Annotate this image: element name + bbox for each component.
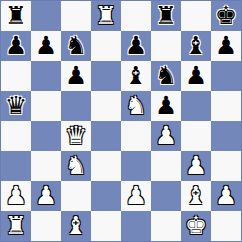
square-c1[interactable]: ♝ [61,211,91,241]
square-h7[interactable]: ♟ [211,31,241,61]
square-g5[interactable] [181,91,211,121]
square-g3[interactable]: ♟ [181,151,211,181]
chess-board: ♜♜♜♚♟♟♞♟♝♟♟♝♞♟♛♞♟♛♟♞♟♟♟♟♝♟♜♝♚ [0,0,242,242]
black-knight[interactable]: ♞ [65,31,87,61]
square-h1[interactable] [211,211,241,241]
square-e3[interactable] [121,151,151,181]
square-a4[interactable] [1,121,31,151]
black-queen[interactable]: ♛ [5,91,27,121]
square-g2[interactable]: ♝ [181,181,211,211]
square-b7[interactable]: ♟ [31,31,61,61]
square-b5[interactable] [31,91,61,121]
square-g6[interactable]: ♟ [181,61,211,91]
square-f5[interactable]: ♟ [151,91,181,121]
square-d4[interactable] [91,121,121,151]
square-f4[interactable]: ♟ [151,121,181,151]
square-e1[interactable] [121,211,151,241]
white-pawn[interactable]: ♟ [155,121,177,151]
square-d3[interactable] [91,151,121,181]
square-a6[interactable] [1,61,31,91]
black-pawn[interactable]: ♟ [65,61,87,91]
white-queen[interactable]: ♛ [65,121,87,151]
black-pawn[interactable]: ♟ [125,31,147,61]
chess-board-container: ♜♜♜♚♟♟♞♟♝♟♟♝♞♟♛♞♟♛♟♞♟♟♟♟♝♟♜♝♚ [0,0,242,242]
square-a7[interactable]: ♟ [1,31,31,61]
black-pawn[interactable]: ♟ [215,31,237,61]
square-f7[interactable] [151,31,181,61]
square-b1[interactable] [31,211,61,241]
black-pawn[interactable]: ♟ [35,31,57,61]
square-g1[interactable]: ♚ [181,211,211,241]
white-king[interactable]: ♚ [185,211,207,241]
square-c6[interactable]: ♟ [61,61,91,91]
black-pawn[interactable]: ♟ [5,31,27,61]
square-b3[interactable] [31,151,61,181]
square-d1[interactable] [91,211,121,241]
square-b6[interactable] [31,61,61,91]
square-a2[interactable]: ♟ [1,181,31,211]
square-d7[interactable] [91,31,121,61]
square-c3[interactable]: ♞ [61,151,91,181]
square-h5[interactable] [211,91,241,121]
square-h8[interactable]: ♚ [211,1,241,31]
square-e7[interactable]: ♟ [121,31,151,61]
square-h4[interactable] [211,121,241,151]
black-pawn[interactable]: ♟ [155,91,177,121]
white-pawn[interactable]: ♟ [35,181,57,211]
white-pawn[interactable]: ♟ [5,181,27,211]
white-rook[interactable]: ♜ [95,1,117,31]
square-d6[interactable] [91,61,121,91]
square-b2[interactable]: ♟ [31,181,61,211]
white-pawn[interactable]: ♟ [185,151,207,181]
square-e8[interactable] [121,1,151,31]
square-f1[interactable] [151,211,181,241]
black-knight[interactable]: ♞ [155,61,177,91]
square-c5[interactable] [61,91,91,121]
square-h6[interactable] [211,61,241,91]
black-king[interactable]: ♚ [215,1,237,31]
white-black[interactable]: ♝ [185,181,207,211]
square-d8[interactable]: ♜ [91,1,121,31]
black-rook[interactable]: ♜ [155,1,177,31]
white-knight[interactable]: ♞ [125,91,147,121]
square-a1[interactable]: ♜ [1,211,31,241]
black-rook[interactable]: ♜ [5,1,27,31]
square-h2[interactable]: ♟ [211,181,241,211]
square-f2[interactable] [151,181,181,211]
square-e6[interactable]: ♝ [121,61,151,91]
square-e4[interactable] [121,121,151,151]
square-d2[interactable] [91,181,121,211]
white-pawn[interactable]: ♟ [125,181,147,211]
square-b4[interactable] [31,121,61,151]
square-c8[interactable] [61,1,91,31]
square-c7[interactable]: ♞ [61,31,91,61]
square-a5[interactable]: ♛ [1,91,31,121]
black-black[interactable]: ♝ [125,61,147,91]
square-a3[interactable] [1,151,31,181]
black-black[interactable]: ♝ [185,31,207,61]
square-d5[interactable] [91,91,121,121]
square-h3[interactable] [211,151,241,181]
square-a8[interactable]: ♜ [1,1,31,31]
white-rook[interactable]: ♜ [5,211,27,241]
square-e5[interactable]: ♞ [121,91,151,121]
black-pawn[interactable]: ♟ [185,61,207,91]
square-f3[interactable] [151,151,181,181]
square-g8[interactable] [181,1,211,31]
square-f6[interactable]: ♞ [151,61,181,91]
square-g4[interactable] [181,121,211,151]
square-g7[interactable]: ♝ [181,31,211,61]
white-pawn[interactable]: ♟ [215,181,237,211]
square-c4[interactable]: ♛ [61,121,91,151]
square-b8[interactable] [31,1,61,31]
square-c2[interactable] [61,181,91,211]
white-black[interactable]: ♝ [65,211,87,241]
square-e2[interactable]: ♟ [121,181,151,211]
square-f8[interactable]: ♜ [151,1,181,31]
white-knight[interactable]: ♞ [65,151,87,181]
